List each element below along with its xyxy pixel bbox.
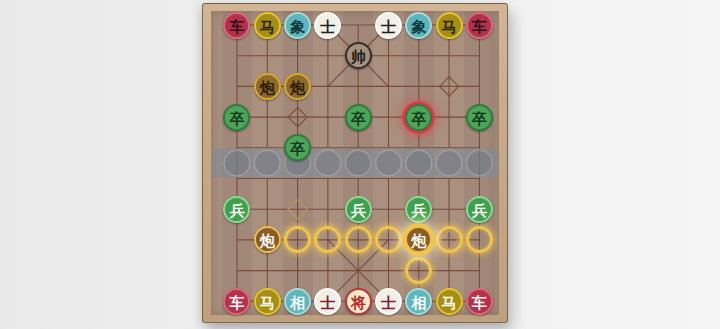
page-background: { "game": "xiangqi", "position": { "fen"… <box>0 0 720 329</box>
piece-glyph: 兵 <box>411 202 426 217</box>
piece-bottom-soldier[interactable]: 兵 <box>345 196 372 223</box>
piece-top-advisor[interactable]: 士 <box>314 12 341 39</box>
move-target-ring[interactable] <box>284 226 311 253</box>
piece-top-cannon[interactable]: 炮 <box>284 73 311 100</box>
piece-bottom-soldier[interactable]: 兵 <box>466 196 493 223</box>
piece-glyph: 马 <box>260 18 275 33</box>
piece-bottom-soldier[interactable]: 兵 <box>223 196 250 223</box>
piece-top-cannon[interactable]: 炮 <box>254 73 281 100</box>
piece-glyph: 马 <box>442 294 457 309</box>
piece-top-soldier[interactable]: 卒 <box>405 104 432 131</box>
piece-bottom-rook[interactable]: 车 <box>466 288 493 315</box>
piece-top-elephant[interactable]: 象 <box>405 12 432 39</box>
move-target-ring[interactable] <box>405 257 432 284</box>
piece-top-rook[interactable]: 车 <box>466 12 493 39</box>
piece-top-soldier[interactable]: 卒 <box>345 104 372 131</box>
piece-glyph: 帅 <box>351 49 366 64</box>
piece-bottom-elephant[interactable]: 相 <box>405 288 432 315</box>
piece-glyph: 兵 <box>351 202 366 217</box>
piece-glyph: 士 <box>320 294 335 309</box>
piece-glyph: 卒 <box>229 110 244 125</box>
piece-glyph: 兵 <box>229 202 244 217</box>
piece-glyph: 马 <box>260 294 275 309</box>
move-target-ring[interactable] <box>436 226 463 253</box>
piece-glyph: 卒 <box>411 110 426 125</box>
piece-glyph: 车 <box>229 18 244 33</box>
piece-top-soldier[interactable]: 卒 <box>466 104 493 131</box>
piece-glyph: 炮 <box>290 79 305 94</box>
piece-top-general[interactable]: 帅 <box>345 42 372 69</box>
piece-bottom-soldier[interactable]: 兵 <box>405 196 432 223</box>
piece-top-knight[interactable]: 马 <box>436 12 463 39</box>
piece-bottom-elephant[interactable]: 相 <box>284 288 311 315</box>
piece-bottom-cannon[interactable]: 炮 <box>405 226 432 253</box>
move-target-ring[interactable] <box>345 226 372 253</box>
piece-top-soldier[interactable]: 卒 <box>223 104 250 131</box>
piece-glyph: 象 <box>411 18 426 33</box>
piece-top-knight[interactable]: 马 <box>254 12 281 39</box>
piece-glyph: 相 <box>290 294 305 309</box>
piece-glyph: 马 <box>442 18 457 33</box>
piece-bottom-general[interactable]: 将 <box>345 288 372 315</box>
piece-glyph: 将 <box>351 294 366 309</box>
piece-glyph: 象 <box>290 18 305 33</box>
piece-top-rook[interactable]: 车 <box>223 12 250 39</box>
piece-glyph: 士 <box>320 18 335 33</box>
piece-bottom-cannon[interactable]: 炮 <box>254 226 281 253</box>
piece-glyph: 卒 <box>351 110 366 125</box>
piece-glyph: 兵 <box>472 202 487 217</box>
piece-glyph: 卒 <box>472 110 487 125</box>
piece-glyph: 士 <box>381 18 396 33</box>
piece-top-soldier[interactable]: 卒 <box>284 134 311 161</box>
piece-glyph: 炮 <box>260 79 275 94</box>
piece-bottom-knight[interactable]: 马 <box>436 288 463 315</box>
piece-bottom-advisor[interactable]: 士 <box>314 288 341 315</box>
piece-glyph: 士 <box>381 294 396 309</box>
piece-glyph: 卒 <box>290 141 305 156</box>
piece-glyph: 车 <box>472 18 487 33</box>
piece-glyph: 炮 <box>411 233 426 248</box>
piece-top-advisor[interactable]: 士 <box>375 12 402 39</box>
piece-top-elephant[interactable]: 象 <box>284 12 311 39</box>
move-target-ring[interactable] <box>314 226 341 253</box>
piece-bottom-rook[interactable]: 车 <box>223 288 250 315</box>
piece-glyph: 车 <box>229 294 244 309</box>
pieces-grid: 车马象士士象马车帅炮炮卒卒卒卒卒兵兵兵兵炮炮车马相士将士相马车 <box>222 10 495 317</box>
piece-bottom-advisor[interactable]: 士 <box>375 288 402 315</box>
move-target-ring[interactable] <box>375 226 402 253</box>
piece-bottom-knight[interactable]: 马 <box>254 288 281 315</box>
move-target-ring[interactable] <box>466 226 493 253</box>
piece-glyph: 炮 <box>260 233 275 248</box>
piece-glyph: 车 <box>472 294 487 309</box>
piece-glyph: 相 <box>411 294 426 309</box>
